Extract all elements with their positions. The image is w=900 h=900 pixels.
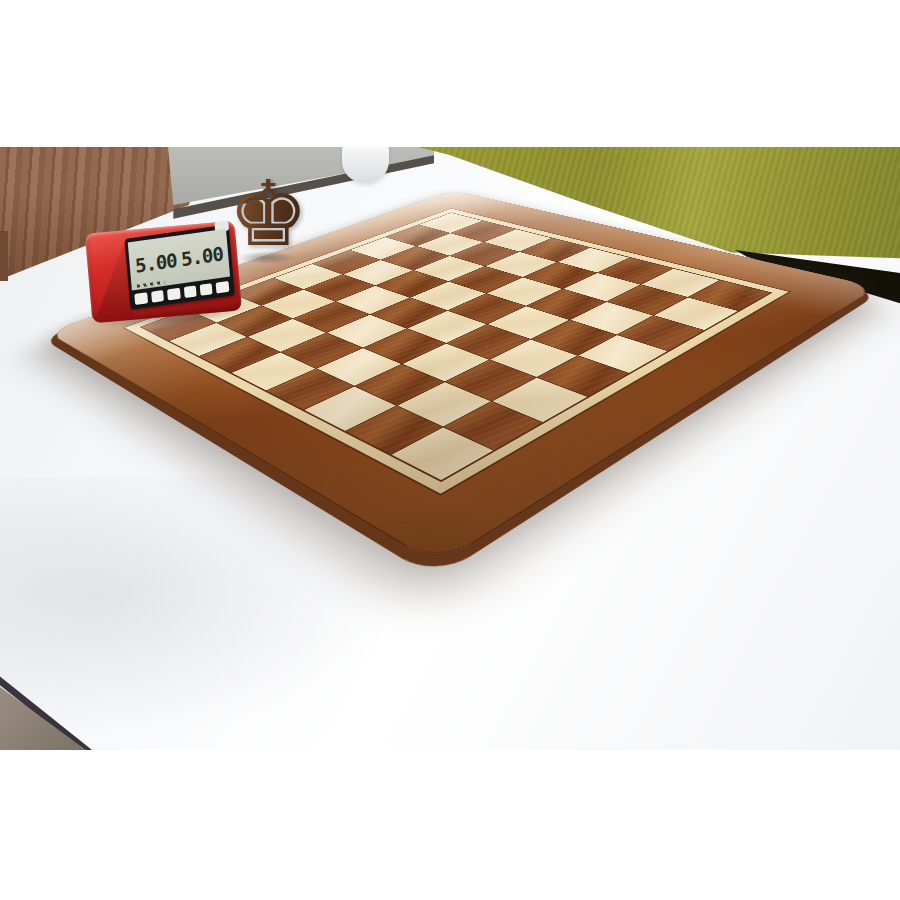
- left-time-display: 5.00: [134, 249, 177, 277]
- clock-button[interactable]: [151, 290, 164, 303]
- wood-trim: [0, 231, 8, 281]
- right-time-display: 5.00: [180, 242, 223, 270]
- clock-lcd: 5.00 5.00: [128, 228, 230, 290]
- clock-button[interactable]: [200, 283, 213, 296]
- clock-button[interactable]: [183, 286, 196, 299]
- chess-clock: 5.00 5.00: [84, 211, 242, 324]
- clock-button[interactable]: [135, 292, 148, 305]
- clock-button[interactable]: [216, 281, 229, 294]
- clock-button[interactable]: [167, 288, 180, 301]
- clock-display: 5.00 5.00: [124, 224, 234, 309]
- scene: 5.00 5.00 ♚: [0, 0, 900, 900]
- cup: [342, 147, 389, 183]
- dark-king-piece[interactable]: ♚: [228, 169, 309, 259]
- photo-area: 5.00 5.00 ♚: [0, 147, 900, 750]
